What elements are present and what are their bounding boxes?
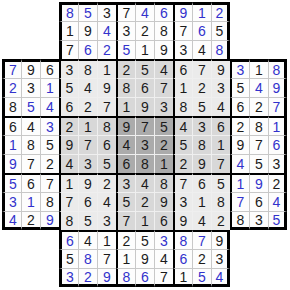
cell-r15c1 [2, 268, 21, 287]
cell-r7c11[interactable]: 3 [192, 116, 211, 135]
cell-r13c5[interactable]: 4 [78, 230, 97, 249]
cell-r12c13[interactable]: 8 [230, 211, 249, 230]
cell-r4c9[interactable]: 4 [154, 59, 173, 78]
cell-r1c1 [2, 2, 21, 21]
cell-r7c14[interactable]: 8 [249, 116, 268, 135]
cell-r8c15[interactable]: 6 [268, 135, 287, 154]
cell-r10c8[interactable]: 4 [135, 173, 154, 192]
cell-r7c12[interactable]: 6 [211, 116, 230, 135]
cell-r1c3 [40, 2, 59, 21]
cell-r6c12[interactable]: 4 [211, 97, 230, 116]
cell-r15c10[interactable]: 1 [173, 268, 192, 287]
cell-r3c11[interactable]: 4 [192, 40, 211, 59]
cell-r15c2 [21, 268, 40, 287]
cell-r11c1[interactable]: 3 [2, 192, 21, 211]
cell-r6c4[interactable]: 6 [59, 97, 78, 116]
cell-r14c12[interactable]: 3 [211, 249, 230, 268]
cell-r7c1[interactable]: 6 [2, 116, 21, 135]
cell-r14c7[interactable]: 1 [116, 249, 135, 268]
cell-r5c6[interactable]: 9 [97, 78, 116, 97]
cell-r14c10[interactable]: 6 [173, 249, 192, 268]
cell-r9c2[interactable]: 7 [21, 154, 40, 173]
cell-r5c3[interactable]: 1 [40, 78, 59, 97]
cell-r13c8[interactable]: 5 [135, 230, 154, 249]
cell-r9c13[interactable]: 4 [230, 154, 249, 173]
cell-r12c11[interactable]: 4 [192, 211, 211, 230]
cell-r2c14 [249, 21, 268, 40]
cell-r11c5[interactable]: 6 [78, 192, 97, 211]
cell-r5c13[interactable]: 5 [230, 78, 249, 97]
cell-r12c3[interactable]: 9 [40, 211, 59, 230]
cell-r3c6[interactable]: 2 [97, 40, 116, 59]
cell-r12c10[interactable]: 9 [173, 211, 192, 230]
cell-r10c11[interactable]: 6 [192, 173, 211, 192]
cell-r3c10[interactable]: 3 [173, 40, 192, 59]
cell-r8c8[interactable]: 3 [135, 135, 154, 154]
cell-r14c8[interactable]: 9 [135, 249, 154, 268]
cell-r15c7[interactable]: 8 [116, 268, 135, 287]
cell-r2c13 [230, 21, 249, 40]
cell-r5c1[interactable]: 2 [2, 78, 21, 97]
cell-r2c4[interactable]: 1 [59, 21, 78, 40]
cell-r7c5[interactable]: 1 [78, 116, 97, 135]
cell-r6c7[interactable]: 1 [116, 97, 135, 116]
cell-r11c10[interactable]: 3 [173, 192, 192, 211]
cell-r9c12[interactable]: 7 [211, 154, 230, 173]
cell-r8c3[interactable]: 5 [40, 135, 59, 154]
cell-r14c9[interactable]: 4 [154, 249, 173, 268]
cell-r9c9[interactable]: 1 [154, 154, 173, 173]
cell-r12c4[interactable]: 8 [59, 211, 78, 230]
cell-r14c11[interactable]: 2 [192, 249, 211, 268]
cell-r1c12[interactable]: 2 [211, 2, 230, 21]
cell-r2c6[interactable]: 4 [97, 21, 116, 40]
cell-r10c12[interactable]: 5 [211, 173, 230, 192]
cell-r15c12[interactable]: 4 [211, 268, 230, 287]
cell-r8c7[interactable]: 4 [116, 135, 135, 154]
cell-r8c4[interactable]: 9 [59, 135, 78, 154]
cell-r14c14 [249, 249, 268, 268]
cell-r6c5[interactable]: 2 [78, 97, 97, 116]
cell-r10c13[interactable]: 1 [230, 173, 249, 192]
cell-r10c6[interactable]: 2 [97, 173, 116, 192]
cell-r7c9[interactable]: 5 [154, 116, 173, 135]
cell-r13c9[interactable]: 3 [154, 230, 173, 249]
cell-r5c2[interactable]: 3 [21, 78, 40, 97]
cell-r8c1[interactable]: 1 [2, 135, 21, 154]
cell-r4c15[interactable]: 8 [268, 59, 287, 78]
cell-r3c9[interactable]: 9 [154, 40, 173, 59]
cell-r6c2[interactable]: 5 [21, 97, 40, 116]
cell-r11c15[interactable]: 4 [268, 192, 287, 211]
cell-r4c1[interactable]: 7 [2, 59, 21, 78]
cell-r13c12[interactable]: 9 [211, 230, 230, 249]
cell-r11c8[interactable]: 2 [135, 192, 154, 211]
cell-r9c3[interactable]: 2 [40, 154, 59, 173]
cell-r13c1 [2, 230, 21, 249]
cell-r13c6[interactable]: 1 [97, 230, 116, 249]
cell-r15c5[interactable]: 2 [78, 268, 97, 287]
cell-r8c6[interactable]: 6 [97, 135, 116, 154]
cell-r3c1 [2, 40, 21, 59]
board-wrapper: 8537469121943287657625193487963812546793… [0, 0, 290, 289]
cell-r7c3[interactable]: 3 [40, 116, 59, 135]
cell-r13c15 [268, 230, 287, 249]
cell-r13c14 [249, 230, 268, 249]
cell-r5c4[interactable]: 5 [59, 78, 78, 97]
cell-r4c12[interactable]: 9 [211, 59, 230, 78]
cell-r12c9[interactable]: 6 [154, 211, 173, 230]
cell-r14c4[interactable]: 5 [59, 249, 78, 268]
cell-r1c4[interactable]: 8 [59, 2, 78, 21]
cell-r6c8[interactable]: 9 [135, 97, 154, 116]
cell-r15c9[interactable]: 7 [154, 268, 173, 287]
cell-r11c14[interactable]: 6 [249, 192, 268, 211]
cell-r8c12[interactable]: 1 [211, 135, 230, 154]
cell-r6c6[interactable]: 7 [97, 97, 116, 116]
cell-r10c15[interactable]: 2 [268, 173, 287, 192]
cell-r8c11[interactable]: 8 [192, 135, 211, 154]
cell-r12c8[interactable]: 1 [135, 211, 154, 230]
cell-r11c4[interactable]: 7 [59, 192, 78, 211]
cell-r4c5[interactable]: 8 [78, 59, 97, 78]
cell-r14c3 [40, 249, 59, 268]
cell-r5c11[interactable]: 2 [192, 78, 211, 97]
cell-r7c2[interactable]: 4 [21, 116, 40, 135]
cell-r6c9[interactable]: 3 [154, 97, 173, 116]
cell-r10c1[interactable]: 5 [2, 173, 21, 192]
cell-r6c11[interactable]: 5 [192, 97, 211, 116]
cell-r15c3 [40, 268, 59, 287]
cell-r2c1 [2, 21, 21, 40]
cell-r2c10[interactable]: 7 [173, 21, 192, 40]
cell-r13c2 [21, 230, 40, 249]
cell-r14c5[interactable]: 8 [78, 249, 97, 268]
cell-r5c12[interactable]: 3 [211, 78, 230, 97]
cell-r1c10[interactable]: 9 [173, 2, 192, 21]
cell-r2c5[interactable]: 9 [78, 21, 97, 40]
cell-r12c1[interactable]: 4 [2, 211, 21, 230]
cell-r12c2[interactable]: 2 [21, 211, 40, 230]
cell-r4c8[interactable]: 5 [135, 59, 154, 78]
cell-r8c14[interactable]: 7 [249, 135, 268, 154]
cell-r6c13[interactable]: 6 [230, 97, 249, 116]
cell-r6c14[interactable]: 2 [249, 97, 268, 116]
cell-r9c11[interactable]: 9 [192, 154, 211, 173]
cell-r1c13 [230, 2, 249, 21]
cell-r11c12[interactable]: 8 [211, 192, 230, 211]
cell-r2c15 [268, 21, 287, 40]
cell-r3c14 [249, 40, 268, 59]
cell-r13c11[interactable]: 7 [192, 230, 211, 249]
cell-r6c1[interactable]: 8 [2, 97, 21, 116]
cell-r7c6[interactable]: 8 [97, 116, 116, 135]
cell-r1c8[interactable]: 4 [135, 2, 154, 21]
cell-r3c7[interactable]: 5 [116, 40, 135, 59]
cell-r12c15[interactable]: 5 [268, 211, 287, 230]
cell-r2c3 [40, 21, 59, 40]
cell-r6c15[interactable]: 7 [268, 97, 287, 116]
cell-r2c2 [21, 21, 40, 40]
cell-r14c1 [2, 249, 21, 268]
cell-r8c2[interactable]: 8 [21, 135, 40, 154]
cell-r12c5[interactable]: 5 [78, 211, 97, 230]
cell-r11c3[interactable]: 8 [40, 192, 59, 211]
cell-r12c6[interactable]: 3 [97, 211, 116, 230]
cell-r7c13[interactable]: 2 [230, 116, 249, 135]
cell-r4c2[interactable]: 9 [21, 59, 40, 78]
cell-r9c7[interactable]: 6 [116, 154, 135, 173]
cell-r1c11[interactable]: 1 [192, 2, 211, 21]
cell-r5c10[interactable]: 1 [173, 78, 192, 97]
cell-r3c15 [268, 40, 287, 59]
cell-r12c7[interactable]: 7 [116, 211, 135, 230]
cell-r1c7[interactable]: 7 [116, 2, 135, 21]
cell-r8c13[interactable]: 9 [230, 135, 249, 154]
cell-r3c4[interactable]: 7 [59, 40, 78, 59]
cell-r7c15[interactable]: 1 [268, 116, 287, 135]
cell-r11c11[interactable]: 1 [192, 192, 211, 211]
cell-r15c15 [268, 268, 287, 287]
cell-r7c8[interactable]: 7 [135, 116, 154, 135]
cell-r6c10[interactable]: 8 [173, 97, 192, 116]
cell-r15c14 [249, 268, 268, 287]
cell-r15c11[interactable]: 5 [192, 268, 211, 287]
cell-r1c2 [21, 2, 40, 21]
cell-r15c4[interactable]: 3 [59, 268, 78, 287]
cell-r7c7[interactable]: 9 [116, 116, 135, 135]
cell-r10c7[interactable]: 3 [116, 173, 135, 192]
cell-r14c13 [230, 249, 249, 268]
cell-r2c7[interactable]: 3 [116, 21, 135, 40]
cell-r4c10[interactable]: 6 [173, 59, 192, 78]
cell-r13c7[interactable]: 2 [116, 230, 135, 249]
cell-r9c14[interactable]: 5 [249, 154, 268, 173]
cell-r7c10[interactable]: 4 [173, 116, 192, 135]
cell-r3c3 [40, 40, 59, 59]
cell-r12c14[interactable]: 3 [249, 211, 268, 230]
cell-r5c8[interactable]: 6 [135, 78, 154, 97]
cell-r9c10[interactable]: 2 [173, 154, 192, 173]
cell-r1c9[interactable]: 6 [154, 2, 173, 21]
cell-r2c8[interactable]: 2 [135, 21, 154, 40]
cell-r1c6[interactable]: 3 [97, 2, 116, 21]
cell-r10c10[interactable]: 7 [173, 173, 192, 192]
cell-r3c2 [21, 40, 40, 59]
cell-r9c6[interactable]: 5 [97, 154, 116, 173]
cell-r9c15[interactable]: 3 [268, 154, 287, 173]
cell-r13c10[interactable]: 8 [173, 230, 192, 249]
cell-r2c11[interactable]: 6 [192, 21, 211, 40]
cell-r1c15 [268, 2, 287, 21]
cell-r4c3[interactable]: 6 [40, 59, 59, 78]
cell-r6c3[interactable]: 4 [40, 97, 59, 116]
cell-r14c2 [21, 249, 40, 268]
cell-r10c3[interactable]: 7 [40, 173, 59, 192]
cell-r4c13[interactable]: 3 [230, 59, 249, 78]
cell-r15c8[interactable]: 6 [135, 268, 154, 287]
cell-r8c5[interactable]: 7 [78, 135, 97, 154]
cell-r5c7[interactable]: 8 [116, 78, 135, 97]
cell-r5c9[interactable]: 7 [154, 78, 173, 97]
cell-r3c12[interactable]: 8 [211, 40, 230, 59]
cell-r8c9[interactable]: 2 [154, 135, 173, 154]
cell-r11c7[interactable]: 5 [116, 192, 135, 211]
cell-r15c13 [230, 268, 249, 287]
cell-r7c4[interactable]: 2 [59, 116, 78, 135]
cell-r3c13 [230, 40, 249, 59]
cell-r13c4[interactable]: 6 [59, 230, 78, 249]
cell-r3c5[interactable]: 6 [78, 40, 97, 59]
cell-r5c5[interactable]: 4 [78, 78, 97, 97]
cell-r10c2[interactable]: 6 [21, 173, 40, 192]
cell-r11c13[interactable]: 7 [230, 192, 249, 211]
cell-r9c1[interactable]: 9 [2, 154, 21, 173]
cell-r15c6[interactable]: 9 [97, 268, 116, 287]
cell-r14c15 [268, 249, 287, 268]
cell-r11c9[interactable]: 9 [154, 192, 173, 211]
cell-r12c12[interactable]: 2 [211, 211, 230, 230]
cell-r5c15[interactable]: 9 [268, 78, 287, 97]
cell-r10c5[interactable]: 9 [78, 173, 97, 192]
cell-r4c6[interactable]: 1 [97, 59, 116, 78]
cell-r14c6[interactable]: 7 [97, 249, 116, 268]
cell-r3c8[interactable]: 1 [135, 40, 154, 59]
cell-r10c4[interactable]: 1 [59, 173, 78, 192]
cell-r9c4[interactable]: 4 [59, 154, 78, 173]
cell-r9c5[interactable]: 3 [78, 154, 97, 173]
cell-r13c3 [40, 230, 59, 249]
sudoku-board: 8537469121943287657625193487963812546793… [2, 2, 287, 287]
cell-r1c5[interactable]: 5 [78, 2, 97, 21]
cell-r2c9[interactable]: 8 [154, 21, 173, 40]
cell-r4c14[interactable]: 1 [249, 59, 268, 78]
cell-r5c14[interactable]: 4 [249, 78, 268, 97]
cell-r11c2[interactable]: 1 [21, 192, 40, 211]
cell-r8c10[interactable]: 5 [173, 135, 192, 154]
cell-r4c11[interactable]: 7 [192, 59, 211, 78]
cell-r4c7[interactable]: 2 [116, 59, 135, 78]
cell-r11c6[interactable]: 4 [97, 192, 116, 211]
cell-r2c12[interactable]: 5 [211, 21, 230, 40]
cell-r10c9[interactable]: 8 [154, 173, 173, 192]
cell-r9c8[interactable]: 8 [135, 154, 154, 173]
cell-r10c14[interactable]: 9 [249, 173, 268, 192]
cell-r1c14 [249, 2, 268, 21]
cell-r13c13 [230, 230, 249, 249]
cell-r4c4[interactable]: 3 [59, 59, 78, 78]
